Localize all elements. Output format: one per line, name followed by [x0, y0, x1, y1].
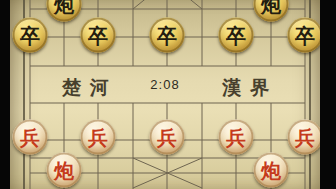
- piece-black-soldier[interactable]: 卒: [81, 18, 116, 53]
- xiangqi-app-frame: 楚河 2:08 漢界 炮炮卒卒卒卒卒兵兵兵兵炮炮兵: [0, 0, 336, 189]
- piece-black-soldier[interactable]: 卒: [288, 18, 323, 53]
- piece-character: 卒: [295, 25, 315, 45]
- piece-character: 卒: [226, 25, 246, 45]
- piece-character: 兵: [20, 127, 40, 147]
- piece-character: 兵: [157, 127, 177, 147]
- piece-black-soldier[interactable]: 卒: [150, 18, 185, 53]
- piece-character: 炮: [261, 0, 281, 14]
- piece-black-soldier[interactable]: 卒: [219, 18, 254, 53]
- piece-red-soldier[interactable]: 兵: [13, 120, 48, 155]
- piece-red-cannon[interactable]: 炮: [47, 153, 82, 188]
- piece-character: 炮: [54, 0, 74, 14]
- piece-red-soldier[interactable]: 兵: [81, 120, 116, 155]
- piece-red-soldier[interactable]: 兵: [219, 120, 254, 155]
- piece-character: 兵: [295, 127, 315, 147]
- piece-character: 卒: [88, 25, 108, 45]
- river-label-chu-he: 楚河: [62, 75, 118, 101]
- piece-character: 兵: [226, 127, 246, 147]
- piece-character: 卒: [157, 25, 177, 45]
- piece-red-soldier[interactable]: 兵: [150, 120, 185, 155]
- piece-character: 炮: [261, 160, 281, 180]
- move-timer: 2:08: [143, 77, 187, 92]
- piece-character: 兵: [88, 127, 108, 147]
- piece-red-cannon[interactable]: 炮: [254, 153, 289, 188]
- piece-black-soldier[interactable]: 卒: [13, 18, 48, 53]
- xiangqi-board[interactable]: 楚河 2:08 漢界 炮炮卒卒卒卒卒兵兵兵兵炮炮兵: [10, 0, 320, 189]
- letterbox-left: [0, 0, 10, 189]
- piece-character: 卒: [20, 25, 40, 45]
- river-label-han-jie: 漢界: [222, 75, 278, 101]
- piece-character: 炮: [54, 160, 74, 180]
- letterbox-right: [320, 0, 336, 189]
- piece-red-soldier[interactable]: 兵: [288, 120, 323, 155]
